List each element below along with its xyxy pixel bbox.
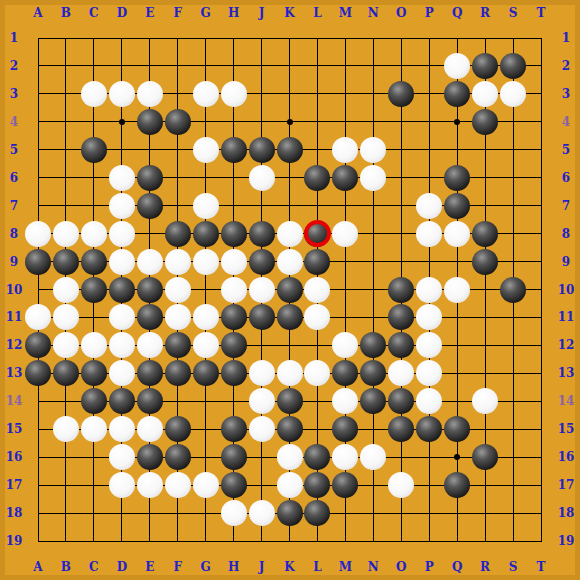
row-label-left: 14 (3, 394, 25, 408)
black-stone-O11[interactable] (388, 304, 414, 330)
white-stone-G5[interactable] (193, 137, 219, 163)
white-stone-R3[interactable] (472, 81, 498, 107)
white-stone-P8[interactable] (416, 221, 442, 247)
white-stone-J10[interactable] (249, 277, 275, 303)
black-stone-H13[interactable] (221, 360, 247, 386)
row-label-right: 3 (555, 87, 577, 101)
white-stone-P12[interactable] (416, 332, 442, 358)
black-stone-F12[interactable] (165, 332, 191, 358)
white-stone-A11[interactable] (25, 304, 51, 330)
column-label-bottom: R (474, 560, 496, 574)
black-stone-Q15[interactable] (444, 416, 470, 442)
white-stone-H18[interactable] (221, 500, 247, 526)
black-stone-J8[interactable] (249, 221, 275, 247)
column-label-top: H (223, 6, 245, 20)
black-stone-F15[interactable] (165, 416, 191, 442)
black-stone-L8[interactable] (304, 221, 330, 247)
black-stone-L17[interactable] (304, 472, 330, 498)
white-stone-K8[interactable] (277, 221, 303, 247)
black-stone-R16[interactable] (472, 444, 498, 470)
white-stone-G12[interactable] (193, 332, 219, 358)
grid-line-vertical (541, 38, 542, 542)
column-label-top: K (279, 6, 301, 20)
white-stone-E9[interactable] (137, 249, 163, 275)
black-stone-A9[interactable] (25, 249, 51, 275)
column-label-top: D (111, 6, 133, 20)
black-stone-N13[interactable] (360, 360, 386, 386)
white-stone-D15[interactable] (109, 416, 135, 442)
black-stone-N14[interactable] (360, 388, 386, 414)
black-stone-R9[interactable] (472, 249, 498, 275)
black-stone-A13[interactable] (25, 360, 51, 386)
black-stone-R2[interactable] (472, 53, 498, 79)
white-stone-P7[interactable] (416, 193, 442, 219)
row-label-left: 13 (3, 366, 25, 380)
column-label-top: C (83, 6, 105, 20)
column-label-bottom: E (139, 560, 161, 574)
white-stone-L10[interactable] (304, 277, 330, 303)
black-stone-F13[interactable] (165, 360, 191, 386)
black-stone-J5[interactable] (249, 137, 275, 163)
row-label-left: 4 (3, 115, 25, 129)
black-stone-M6[interactable] (332, 165, 358, 191)
black-stone-O10[interactable] (388, 277, 414, 303)
white-stone-M12[interactable] (332, 332, 358, 358)
row-label-right: 8 (555, 227, 577, 241)
column-label-bottom: M (334, 560, 356, 574)
row-label-right: 18 (555, 506, 577, 520)
column-label-top: N (362, 6, 384, 20)
black-stone-B13[interactable] (53, 360, 79, 386)
row-label-left: 17 (3, 478, 25, 492)
white-stone-F10[interactable] (165, 277, 191, 303)
white-stone-Q2[interactable] (444, 53, 470, 79)
white-stone-D17[interactable] (109, 472, 135, 498)
row-label-right: 4 (555, 115, 577, 129)
white-stone-E3[interactable] (137, 81, 163, 107)
column-label-bottom: A (27, 560, 49, 574)
row-label-left: 19 (3, 534, 25, 548)
white-stone-E12[interactable] (137, 332, 163, 358)
black-stone-F4[interactable] (165, 109, 191, 135)
column-label-bottom: F (167, 560, 189, 574)
white-stone-P10[interactable] (416, 277, 442, 303)
black-stone-R8[interactable] (472, 221, 498, 247)
row-label-left: 15 (3, 422, 25, 436)
white-stone-B12[interactable] (53, 332, 79, 358)
white-stone-D16[interactable] (109, 444, 135, 470)
white-stone-B8[interactable] (53, 221, 79, 247)
black-stone-G8[interactable] (193, 221, 219, 247)
black-stone-K18[interactable] (277, 500, 303, 526)
black-stone-O12[interactable] (388, 332, 414, 358)
black-stone-M17[interactable] (332, 472, 358, 498)
row-label-right: 6 (555, 171, 577, 185)
row-label-right: 1 (555, 31, 577, 45)
white-stone-J6[interactable] (249, 165, 275, 191)
row-label-left: 2 (3, 59, 25, 73)
black-stone-B9[interactable] (53, 249, 79, 275)
white-stone-C12[interactable] (81, 332, 107, 358)
white-stone-D8[interactable] (109, 221, 135, 247)
white-stone-D11[interactable] (109, 304, 135, 330)
row-label-left: 7 (3, 199, 25, 213)
white-stone-B11[interactable] (53, 304, 79, 330)
black-stone-L9[interactable] (304, 249, 330, 275)
row-label-left: 18 (3, 506, 25, 520)
black-stone-H11[interactable] (221, 304, 247, 330)
column-label-top: M (334, 6, 356, 20)
black-stone-E10[interactable] (137, 277, 163, 303)
column-label-top: O (390, 6, 412, 20)
row-label-right: 10 (555, 283, 577, 297)
black-stone-J11[interactable] (249, 304, 275, 330)
star-point (454, 454, 460, 460)
white-stone-F11[interactable] (165, 304, 191, 330)
white-stone-F9[interactable] (165, 249, 191, 275)
column-label-bottom: N (362, 560, 384, 574)
column-label-bottom: B (55, 560, 77, 574)
column-label-bottom: Q (446, 560, 468, 574)
star-point (287, 119, 293, 125)
row-label-right: 7 (555, 199, 577, 213)
row-label-right: 14 (555, 394, 577, 408)
column-label-bottom: H (223, 560, 245, 574)
black-stone-H15[interactable] (221, 416, 247, 442)
black-stone-Q7[interactable] (444, 193, 470, 219)
white-stone-C3[interactable] (81, 81, 107, 107)
row-label-left: 16 (3, 450, 25, 464)
column-label-top: G (195, 6, 217, 20)
white-stone-S3[interactable] (500, 81, 526, 107)
white-stone-J18[interactable] (249, 500, 275, 526)
black-stone-H12[interactable] (221, 332, 247, 358)
star-point (119, 119, 125, 125)
white-stone-O13[interactable] (388, 360, 414, 386)
white-stone-H9[interactable] (221, 249, 247, 275)
column-label-bottom: G (195, 560, 217, 574)
black-stone-O14[interactable] (388, 388, 414, 414)
black-stone-D14[interactable] (109, 388, 135, 414)
black-stone-L18[interactable] (304, 500, 330, 526)
black-stone-O3[interactable] (388, 81, 414, 107)
black-stone-R4[interactable] (472, 109, 498, 135)
column-label-top: S (502, 6, 524, 20)
white-stone-C15[interactable] (81, 416, 107, 442)
column-label-bottom: L (306, 560, 328, 574)
row-label-left: 12 (3, 338, 25, 352)
white-stone-N6[interactable] (360, 165, 386, 191)
white-stone-K17[interactable] (277, 472, 303, 498)
black-stone-M13[interactable] (332, 360, 358, 386)
black-stone-E11[interactable] (137, 304, 163, 330)
white-stone-G9[interactable] (193, 249, 219, 275)
column-label-bottom: C (83, 560, 105, 574)
black-stone-H16[interactable] (221, 444, 247, 470)
black-stone-S10[interactable] (500, 277, 526, 303)
column-label-bottom: S (502, 560, 524, 574)
white-stone-M5[interactable] (332, 137, 358, 163)
white-stone-G11[interactable] (193, 304, 219, 330)
row-label-left: 9 (3, 255, 25, 269)
row-label-left: 11 (3, 310, 25, 324)
row-label-left: 1 (3, 31, 25, 45)
black-stone-G13[interactable] (193, 360, 219, 386)
black-stone-L16[interactable] (304, 444, 330, 470)
white-stone-J15[interactable] (249, 416, 275, 442)
black-stone-K11[interactable] (277, 304, 303, 330)
white-stone-A8[interactable] (25, 221, 51, 247)
white-stone-E17[interactable] (137, 472, 163, 498)
black-stone-J9[interactable] (249, 249, 275, 275)
black-stone-E16[interactable] (137, 444, 163, 470)
column-label-bottom: P (418, 560, 440, 574)
black-stone-Q3[interactable] (444, 81, 470, 107)
column-label-top: L (306, 6, 328, 20)
black-stone-C9[interactable] (81, 249, 107, 275)
white-stone-D3[interactable] (109, 81, 135, 107)
black-stone-C5[interactable] (81, 137, 107, 163)
white-stone-D12[interactable] (109, 332, 135, 358)
white-stone-M14[interactable] (332, 388, 358, 414)
black-stone-S2[interactable] (500, 53, 526, 79)
white-stone-R14[interactable] (472, 388, 498, 414)
column-label-top: A (27, 6, 49, 20)
white-stone-K16[interactable] (277, 444, 303, 470)
black-stone-E14[interactable] (137, 388, 163, 414)
black-stone-Q6[interactable] (444, 165, 470, 191)
black-stone-M15[interactable] (332, 416, 358, 442)
white-stone-H10[interactable] (221, 277, 247, 303)
white-stone-C8[interactable] (81, 221, 107, 247)
row-label-right: 15 (555, 422, 577, 436)
column-label-top: F (167, 6, 189, 20)
row-label-right: 2 (555, 59, 577, 73)
black-stone-K14[interactable] (277, 388, 303, 414)
black-stone-H8[interactable] (221, 221, 247, 247)
black-stone-C10[interactable] (81, 277, 107, 303)
row-label-left: 3 (3, 87, 25, 101)
row-label-right: 5 (555, 143, 577, 157)
white-stone-G3[interactable] (193, 81, 219, 107)
black-stone-F8[interactable] (165, 221, 191, 247)
white-stone-L11[interactable] (304, 304, 330, 330)
white-stone-K13[interactable] (277, 360, 303, 386)
black-stone-A12[interactable] (25, 332, 51, 358)
white-stone-N5[interactable] (360, 137, 386, 163)
black-stone-K10[interactable] (277, 277, 303, 303)
white-stone-M16[interactable] (332, 444, 358, 470)
column-label-top: R (474, 6, 496, 20)
white-stone-O17[interactable] (388, 472, 414, 498)
row-label-right: 19 (555, 534, 577, 548)
white-stone-H3[interactable] (221, 81, 247, 107)
column-label-bottom: T (530, 560, 552, 574)
black-stone-L6[interactable] (304, 165, 330, 191)
column-label-top: B (55, 6, 77, 20)
black-stone-O15[interactable] (388, 416, 414, 442)
column-label-bottom: K (279, 560, 301, 574)
black-stone-E4[interactable] (137, 109, 163, 135)
white-stone-D7[interactable] (109, 193, 135, 219)
white-stone-P14[interactable] (416, 388, 442, 414)
star-point (454, 119, 460, 125)
white-stone-Q10[interactable] (444, 277, 470, 303)
black-stone-N12[interactable] (360, 332, 386, 358)
white-stone-J13[interactable] (249, 360, 275, 386)
row-label-left: 5 (3, 143, 25, 157)
white-stone-P11[interactable] (416, 304, 442, 330)
black-stone-H17[interactable] (221, 472, 247, 498)
column-label-top: T (530, 6, 552, 20)
white-stone-B10[interactable] (53, 277, 79, 303)
row-label-right: 16 (555, 450, 577, 464)
white-stone-Q8[interactable] (444, 221, 470, 247)
white-stone-F17[interactable] (165, 472, 191, 498)
white-stone-G17[interactable] (193, 472, 219, 498)
black-stone-K15[interactable] (277, 416, 303, 442)
white-stone-D13[interactable] (109, 360, 135, 386)
row-label-right: 13 (555, 366, 577, 380)
row-label-right: 9 (555, 255, 577, 269)
black-stone-E13[interactable] (137, 360, 163, 386)
black-stone-Q17[interactable] (444, 472, 470, 498)
column-label-bottom: O (390, 560, 412, 574)
white-stone-D9[interactable] (109, 249, 135, 275)
row-label-right: 11 (555, 310, 577, 324)
black-stone-F16[interactable] (165, 444, 191, 470)
column-label-top: P (418, 6, 440, 20)
white-stone-M8[interactable] (332, 221, 358, 247)
black-stone-K5[interactable] (277, 137, 303, 163)
white-stone-J14[interactable] (249, 388, 275, 414)
go-board[interactable]: AABBCCDDEEFFGGHHJJKKLLMMNNOOPPQQRRSSTT11… (0, 0, 580, 580)
white-stone-L13[interactable] (304, 360, 330, 386)
row-label-left: 8 (3, 227, 25, 241)
white-stone-N16[interactable] (360, 444, 386, 470)
column-label-bottom: D (111, 560, 133, 574)
black-stone-C14[interactable] (81, 388, 107, 414)
row-label-left: 6 (3, 171, 25, 185)
row-label-left: 10 (3, 283, 25, 297)
white-stone-G7[interactable] (193, 193, 219, 219)
black-stone-E6[interactable] (137, 165, 163, 191)
white-stone-D6[interactable] (109, 165, 135, 191)
column-label-bottom: J (251, 560, 273, 574)
black-stone-C13[interactable] (81, 360, 107, 386)
column-label-top: J (251, 6, 273, 20)
black-stone-H5[interactable] (221, 137, 247, 163)
white-stone-P13[interactable] (416, 360, 442, 386)
black-stone-E7[interactable] (137, 193, 163, 219)
row-label-right: 12 (555, 338, 577, 352)
row-label-right: 17 (555, 478, 577, 492)
white-stone-B15[interactable] (53, 416, 79, 442)
column-label-top: E (139, 6, 161, 20)
black-stone-D10[interactable] (109, 277, 135, 303)
column-label-top: Q (446, 6, 468, 20)
white-stone-K9[interactable] (277, 249, 303, 275)
white-stone-E15[interactable] (137, 416, 163, 442)
grid-line-horizontal (38, 541, 542, 542)
black-stone-P15[interactable] (416, 416, 442, 442)
